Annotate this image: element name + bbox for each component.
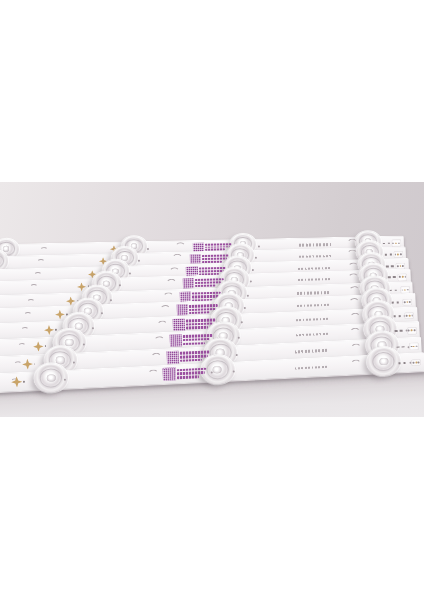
lens-core <box>65 339 74 346</box>
connector-pin-dot <box>399 265 401 267</box>
connector-pin-dot <box>398 242 400 244</box>
printed-part-number <box>298 255 332 258</box>
connector-pin-dot <box>411 329 413 331</box>
star-pad-icon <box>55 310 65 320</box>
connector-pin-dot <box>409 301 411 303</box>
smd-component <box>388 242 391 244</box>
star-pad-icon <box>22 358 33 369</box>
lens-outline-arc <box>350 360 362 372</box>
smd-component <box>397 346 400 348</box>
smd-component <box>403 362 406 364</box>
label-text-line <box>186 326 208 329</box>
end-connector-pad <box>407 327 416 334</box>
pcb-hole <box>244 307 246 309</box>
connector-pin-dot <box>397 265 399 267</box>
label-text-line <box>183 342 205 345</box>
label-text-line <box>198 266 226 269</box>
smd-component <box>395 330 398 332</box>
printed-part-number <box>296 304 330 307</box>
pcb-hole <box>255 257 257 259</box>
printed-part-number <box>298 266 332 269</box>
connector-pin-dot <box>404 276 406 278</box>
qr-code-icon <box>193 242 204 251</box>
smd-component <box>384 254 387 256</box>
solder-dot <box>23 381 25 383</box>
pcb-hole <box>147 247 149 249</box>
end-connector-pad <box>405 312 414 319</box>
connector-pin-dot <box>404 288 406 290</box>
printed-part-number <box>296 318 330 322</box>
end-connector-pad <box>412 359 421 366</box>
qr-code-icon <box>163 368 176 382</box>
connector-pin-dot <box>410 345 412 347</box>
printed-part-number <box>299 243 333 246</box>
connector-pin-dot <box>413 345 415 347</box>
connector-pin-dot <box>395 254 397 256</box>
connector-pin-dot <box>413 329 415 331</box>
printed-part-number <box>297 291 331 294</box>
pcb-hole <box>101 312 103 314</box>
print-arc-mark <box>33 271 41 279</box>
connector-pin-dot <box>406 315 408 317</box>
lens-outline-arc <box>147 370 159 382</box>
print-arc-mark <box>17 343 25 351</box>
connector-pin-dot <box>408 329 410 331</box>
end-connector-pad <box>409 342 418 349</box>
label-text-line <box>202 258 227 260</box>
lens-ring <box>0 254 4 269</box>
lens-core <box>56 356 65 364</box>
qr-code-icon <box>183 278 195 289</box>
lens-outline-arc <box>349 327 360 338</box>
qr-code-icon <box>169 334 181 347</box>
label-text-line <box>179 354 207 358</box>
smd-component <box>389 254 392 256</box>
smd-component <box>395 289 398 291</box>
pcb-hole <box>258 245 260 247</box>
lens-outline-arc <box>350 343 361 354</box>
label-text-line <box>180 358 202 362</box>
smd-component <box>386 265 389 267</box>
lens-outline-arc <box>153 335 164 346</box>
label-text-line <box>192 291 221 294</box>
connector-pin-dot <box>407 288 409 290</box>
star-pad-icon <box>33 341 44 352</box>
pcb-hole <box>238 337 240 339</box>
connector-pin-dot <box>416 345 418 347</box>
connector-pin-dot <box>400 253 402 255</box>
printed-part-number <box>295 349 329 353</box>
smd-component <box>396 301 399 303</box>
label-text-line <box>186 322 213 325</box>
lens-outline-arc <box>156 320 167 331</box>
end-connector-pad <box>398 274 407 281</box>
pcb-hole <box>138 260 140 262</box>
label-text-line <box>179 350 210 354</box>
connector-pin-dot <box>392 242 394 244</box>
pcb-hole <box>252 269 254 271</box>
lens-core <box>2 246 9 252</box>
connector-pin-dot <box>409 315 411 317</box>
print-arc-mark <box>27 298 35 306</box>
connector-pin-dot <box>413 362 415 364</box>
solder-dot <box>34 362 36 364</box>
led-lens <box>366 346 401 376</box>
connector-pin-dot <box>418 361 420 363</box>
qr-code-icon <box>176 304 188 316</box>
connector-pin-dot <box>411 315 413 317</box>
connector-pin-dot <box>415 362 417 364</box>
connector-pin-dot <box>397 253 399 255</box>
qr-code-icon <box>173 319 185 331</box>
label-text-lines <box>176 366 209 381</box>
lens-outline-arc <box>159 305 170 316</box>
end-connector-pad <box>394 251 403 258</box>
smd-component <box>398 315 401 317</box>
print-arc-mark <box>40 246 48 254</box>
label-text-line <box>205 245 230 247</box>
printed-part-number <box>294 366 328 370</box>
label-text-line <box>183 338 211 342</box>
smd-component <box>400 330 403 332</box>
connector-pin-dot <box>402 265 404 267</box>
label-text-line <box>205 243 232 245</box>
end-connector-pad <box>400 286 409 293</box>
label-text-line <box>198 269 224 272</box>
smd-component <box>391 302 394 304</box>
smd-component <box>393 277 396 279</box>
pcb-hole <box>82 343 84 345</box>
smd-component <box>388 277 391 279</box>
print-arc-mark <box>14 360 22 368</box>
pcb-hole <box>129 272 131 274</box>
pcb-hole <box>241 321 243 323</box>
pcb-hole <box>92 327 94 329</box>
printed-part-number <box>297 278 331 281</box>
connector-pin-dot <box>399 276 401 278</box>
end-connector-pad <box>391 239 400 246</box>
lens-outline-arc <box>150 352 161 363</box>
print-arc-mark <box>30 284 38 292</box>
label-text-line <box>192 295 218 298</box>
product-photo <box>0 182 424 417</box>
smd-component <box>383 242 386 244</box>
solder-dot <box>44 345 46 347</box>
connector-pin-dot <box>401 289 403 291</box>
lens-outline-arc <box>349 312 360 323</box>
pcb-hole <box>247 294 249 296</box>
label-text-line <box>176 376 199 380</box>
print-arc-mark <box>37 259 45 267</box>
smd-component <box>402 345 405 347</box>
print-arc-mark <box>24 312 32 320</box>
connector-pin-dot <box>395 242 397 244</box>
printed-part-number <box>295 333 329 337</box>
barcode-label <box>163 366 209 381</box>
solder-dot <box>55 329 57 331</box>
pcb-hole <box>235 353 237 355</box>
end-connector-pad <box>403 299 412 306</box>
qr-code-icon <box>166 350 179 363</box>
star-pad-icon <box>44 325 54 335</box>
connector-pin-dot <box>406 301 408 303</box>
print-arc-mark <box>21 327 29 335</box>
page <box>0 0 424 600</box>
connector-pin-dot <box>402 276 404 278</box>
pcb-hole <box>249 281 251 283</box>
smd-component <box>393 315 396 317</box>
smd-component <box>391 265 394 267</box>
smd-component <box>390 289 393 291</box>
connector-pin-dot <box>404 301 406 303</box>
